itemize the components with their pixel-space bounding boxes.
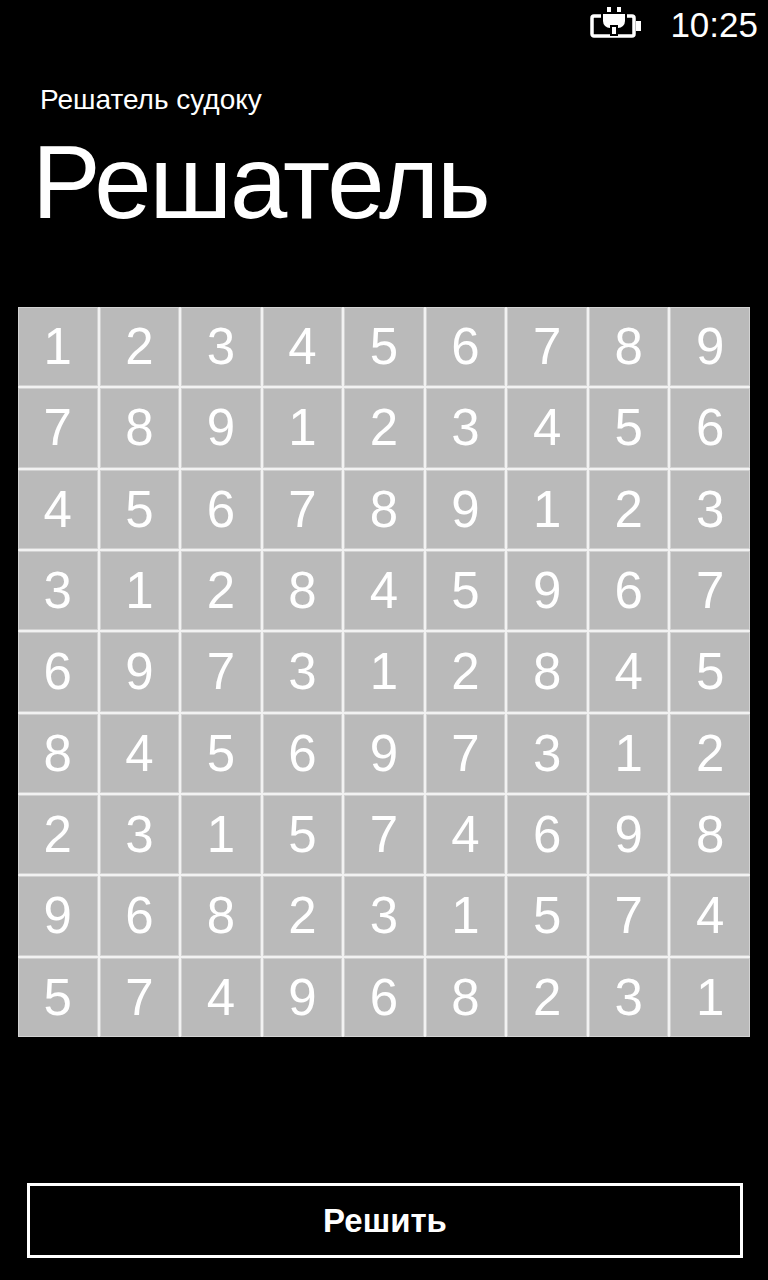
cell-r9c7[interactable]: 2 (507, 958, 587, 1037)
cell-r6c9[interactable]: 2 (670, 714, 750, 793)
cell-r2c6[interactable]: 3 (426, 388, 506, 467)
cell-r8c2[interactable]: 6 (100, 876, 180, 955)
cell-r7c1[interactable]: 2 (18, 795, 98, 874)
cell-r5c3[interactable]: 7 (181, 632, 261, 711)
cell-r2c5[interactable]: 2 (344, 388, 424, 467)
cell-r9c3[interactable]: 4 (181, 958, 261, 1037)
cell-r6c3[interactable]: 5 (181, 714, 261, 793)
cell-r1c1[interactable]: 1 (18, 307, 98, 386)
cell-r5c7[interactable]: 8 (507, 632, 587, 711)
cell-r4c3[interactable]: 2 (181, 551, 261, 630)
cell-r1c3[interactable]: 3 (181, 307, 261, 386)
cell-r4c9[interactable]: 7 (670, 551, 750, 630)
cell-r6c5[interactable]: 9 (344, 714, 424, 793)
cell-r3c6[interactable]: 9 (426, 470, 506, 549)
cell-r8c3[interactable]: 8 (181, 876, 261, 955)
app-name: Решатель судоку (40, 84, 262, 116)
solve-button[interactable]: Решить (27, 1183, 743, 1258)
cell-r2c8[interactable]: 5 (589, 388, 669, 467)
cell-r5c2[interactable]: 9 (100, 632, 180, 711)
cell-r8c4[interactable]: 2 (263, 876, 343, 955)
cell-r1c6[interactable]: 6 (426, 307, 506, 386)
cell-r5c8[interactable]: 4 (589, 632, 669, 711)
cell-r2c2[interactable]: 8 (100, 388, 180, 467)
cell-r1c9[interactable]: 9 (670, 307, 750, 386)
cell-r7c3[interactable]: 1 (181, 795, 261, 874)
cell-r4c8[interactable]: 6 (589, 551, 669, 630)
cell-r4c6[interactable]: 5 (426, 551, 506, 630)
cell-r3c1[interactable]: 4 (18, 470, 98, 549)
cell-r1c2[interactable]: 2 (100, 307, 180, 386)
app-screen: 10:25 Решатель судоку Решатель 123456789… (0, 0, 768, 1280)
cell-r3c3[interactable]: 6 (181, 470, 261, 549)
cell-r9c1[interactable]: 5 (18, 958, 98, 1037)
cell-r7c9[interactable]: 8 (670, 795, 750, 874)
cell-r1c5[interactable]: 5 (344, 307, 424, 386)
cell-r4c1[interactable]: 3 (18, 551, 98, 630)
cell-r3c4[interactable]: 7 (263, 470, 343, 549)
cell-r8c5[interactable]: 3 (344, 876, 424, 955)
cell-r5c1[interactable]: 6 (18, 632, 98, 711)
cell-r9c8[interactable]: 3 (589, 958, 669, 1037)
cell-r5c4[interactable]: 3 (263, 632, 343, 711)
cell-r2c9[interactable]: 6 (670, 388, 750, 467)
cell-r4c2[interactable]: 1 (100, 551, 180, 630)
status-bar: 10:25 (0, 0, 768, 50)
cell-r4c7[interactable]: 9 (507, 551, 587, 630)
cell-r6c4[interactable]: 6 (263, 714, 343, 793)
cell-r5c9[interactable]: 5 (670, 632, 750, 711)
cell-r4c5[interactable]: 4 (344, 551, 424, 630)
cell-r3c9[interactable]: 3 (670, 470, 750, 549)
cell-r3c8[interactable]: 2 (589, 470, 669, 549)
cell-r9c5[interactable]: 6 (344, 958, 424, 1037)
cell-r6c6[interactable]: 7 (426, 714, 506, 793)
cell-r8c1[interactable]: 9 (18, 876, 98, 955)
cell-r4c4[interactable]: 8 (263, 551, 343, 630)
page-title: Решатель (32, 128, 489, 238)
cell-r8c9[interactable]: 4 (670, 876, 750, 955)
cell-r7c8[interactable]: 9 (589, 795, 669, 874)
cell-r2c4[interactable]: 1 (263, 388, 343, 467)
cell-r3c5[interactable]: 8 (344, 470, 424, 549)
cell-r7c2[interactable]: 3 (100, 795, 180, 874)
cell-r6c2[interactable]: 4 (100, 714, 180, 793)
cell-r1c7[interactable]: 7 (507, 307, 587, 386)
cell-r9c6[interactable]: 8 (426, 958, 506, 1037)
cell-r2c1[interactable]: 7 (18, 388, 98, 467)
cell-r1c8[interactable]: 8 (589, 307, 669, 386)
cell-r5c5[interactable]: 1 (344, 632, 424, 711)
cell-r8c6[interactable]: 1 (426, 876, 506, 955)
sudoku-board: 1234567897891234564567891233128459676973… (18, 307, 750, 1037)
cell-r6c8[interactable]: 1 (589, 714, 669, 793)
cell-r6c7[interactable]: 3 (507, 714, 587, 793)
battery-charging-icon (590, 6, 646, 44)
cell-r1c4[interactable]: 4 (263, 307, 343, 386)
cell-r6c1[interactable]: 8 (18, 714, 98, 793)
cell-r2c7[interactable]: 4 (507, 388, 587, 467)
cell-r8c7[interactable]: 5 (507, 876, 587, 955)
cell-r5c6[interactable]: 2 (426, 632, 506, 711)
cell-r2c3[interactable]: 9 (181, 388, 261, 467)
cell-r7c7[interactable]: 6 (507, 795, 587, 874)
cell-r7c5[interactable]: 7 (344, 795, 424, 874)
cell-r3c7[interactable]: 1 (507, 470, 587, 549)
cell-r7c6[interactable]: 4 (426, 795, 506, 874)
cell-r8c8[interactable]: 7 (589, 876, 669, 955)
cell-r9c9[interactable]: 1 (670, 958, 750, 1037)
cell-r3c2[interactable]: 5 (100, 470, 180, 549)
cell-r9c4[interactable]: 9 (263, 958, 343, 1037)
cell-r9c2[interactable]: 7 (100, 958, 180, 1037)
cell-r7c4[interactable]: 5 (263, 795, 343, 874)
clock: 10:25 (670, 0, 758, 50)
